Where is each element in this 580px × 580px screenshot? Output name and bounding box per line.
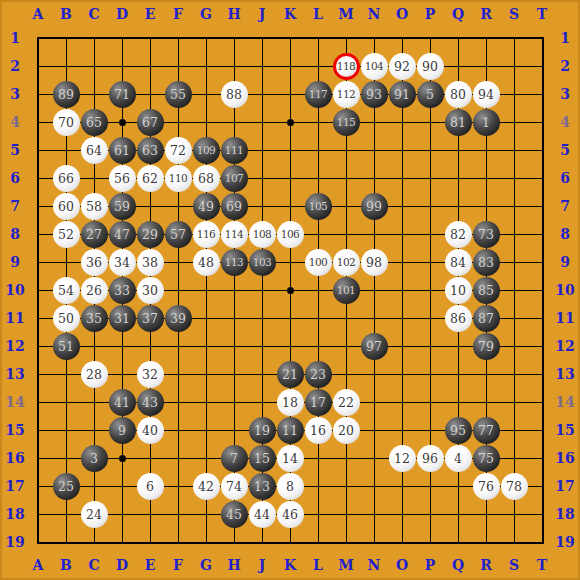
stone-black-H7: 69 (221, 193, 248, 220)
coord-label-left-8: 8 (2, 224, 28, 244)
stone-white-Q11: 86 (445, 305, 472, 332)
star-point-D16 (119, 455, 126, 462)
coord-label-bottom-R: R (473, 555, 499, 575)
coord-label-top-K: K (277, 4, 303, 24)
stone-black-H9: 113 (221, 249, 248, 276)
stone-black-B12: 51 (53, 333, 80, 360)
coord-label-bottom-D: D (109, 555, 135, 575)
stone-black-E4: 67 (137, 109, 164, 136)
stone-white-R17: 76 (473, 473, 500, 500)
stone-white-M9: 102 (333, 249, 360, 276)
stone-black-D5: 61 (109, 137, 136, 164)
stone-white-R3: 94 (473, 81, 500, 108)
stone-black-J9: 103 (249, 249, 276, 276)
coord-label-right-1: 1 (552, 28, 578, 48)
stone-white-G17: 42 (193, 473, 220, 500)
stone-black-F3: 55 (165, 81, 192, 108)
stone-white-O16: 12 (389, 445, 416, 472)
coord-label-right-4: 4 (552, 112, 578, 132)
stone-black-R4: 1 (473, 109, 500, 136)
coord-label-left-15: 15 (2, 420, 28, 440)
coord-label-right-17: 17 (552, 476, 578, 496)
coord-label-bottom-B: B (53, 555, 79, 575)
stone-black-L13: 23 (305, 361, 332, 388)
stone-white-N9: 98 (361, 249, 388, 276)
coord-label-top-N: N (361, 4, 387, 24)
stone-black-C16: 3 (81, 445, 108, 472)
stone-white-Q10: 10 (445, 277, 472, 304)
stone-white-G9: 48 (193, 249, 220, 276)
coord-label-top-D: D (109, 4, 135, 24)
coord-label-bottom-Q: Q (445, 555, 471, 575)
stone-white-G8: 116 (193, 221, 220, 248)
coord-label-bottom-J: J (249, 555, 275, 575)
coord-label-left-11: 11 (2, 308, 28, 328)
coord-label-top-O: O (389, 4, 415, 24)
coord-label-top-S: S (501, 4, 527, 24)
coord-label-top-F: F (165, 4, 191, 24)
stone-white-M3: 112 (333, 81, 360, 108)
stone-black-R11: 87 (473, 305, 500, 332)
coord-label-left-19: 19 (2, 532, 28, 552)
stone-white-C9: 36 (81, 249, 108, 276)
stone-white-E13: 32 (137, 361, 164, 388)
stone-black-J17: 13 (249, 473, 276, 500)
stone-black-C4: 65 (81, 109, 108, 136)
stone-white-E10: 30 (137, 277, 164, 304)
stone-white-N2: 104 (361, 53, 388, 80)
stone-black-R9: 83 (473, 249, 500, 276)
coord-label-bottom-N: N (361, 555, 387, 575)
stone-black-H16: 7 (221, 445, 248, 472)
stone-white-K16: 14 (277, 445, 304, 472)
stone-black-R8: 73 (473, 221, 500, 248)
stone-white-F5: 72 (165, 137, 192, 164)
stone-black-D11: 31 (109, 305, 136, 332)
stone-white-Q3: 80 (445, 81, 472, 108)
coord-label-bottom-E: E (137, 555, 163, 575)
stone-black-E8: 29 (137, 221, 164, 248)
stone-black-L3: 117 (305, 81, 332, 108)
coord-label-bottom-H: H (221, 555, 247, 575)
stone-white-K17: 8 (277, 473, 304, 500)
stone-black-R12: 79 (473, 333, 500, 360)
stone-black-H18: 45 (221, 501, 248, 528)
stone-black-E14: 43 (137, 389, 164, 416)
stone-white-P16: 96 (417, 445, 444, 472)
stone-white-C5: 64 (81, 137, 108, 164)
stone-black-N3: 93 (361, 81, 388, 108)
coord-label-top-P: P (417, 4, 443, 24)
coord-label-top-B: B (53, 4, 79, 24)
coord-label-right-2: 2 (552, 56, 578, 76)
stone-black-J15: 19 (249, 417, 276, 444)
stone-white-E15: 40 (137, 417, 164, 444)
stone-white-B6: 66 (53, 165, 80, 192)
stone-white-Q16: 4 (445, 445, 472, 472)
stone-white-B11: 50 (53, 305, 80, 332)
coord-label-left-13: 13 (2, 364, 28, 384)
stone-white-K18: 46 (277, 501, 304, 528)
stone-black-D10: 33 (109, 277, 136, 304)
stone-black-Q15: 95 (445, 417, 472, 444)
coord-label-bottom-M: M (333, 555, 359, 575)
coord-label-bottom-L: L (305, 555, 331, 575)
stone-black-D14: 41 (109, 389, 136, 416)
stone-black-M10: 101 (333, 277, 360, 304)
stone-white-S17: 78 (501, 473, 528, 500)
stone-black-K15: 11 (277, 417, 304, 444)
stone-white-C13: 28 (81, 361, 108, 388)
coord-label-left-4: 4 (2, 112, 28, 132)
stone-white-E17: 6 (137, 473, 164, 500)
coord-label-right-9: 9 (552, 252, 578, 272)
coord-label-right-7: 7 (552, 196, 578, 216)
stone-black-C11: 35 (81, 305, 108, 332)
stone-white-D9: 34 (109, 249, 136, 276)
coord-label-right-13: 13 (552, 364, 578, 384)
coord-label-bottom-A: A (25, 555, 51, 575)
coord-label-right-8: 8 (552, 224, 578, 244)
stone-black-B3: 89 (53, 81, 80, 108)
coord-label-right-10: 10 (552, 280, 578, 300)
coord-label-bottom-T: T (529, 555, 555, 575)
coord-label-left-2: 2 (2, 56, 28, 76)
coord-label-right-6: 6 (552, 168, 578, 188)
stone-black-R10: 85 (473, 277, 500, 304)
stone-black-D3: 71 (109, 81, 136, 108)
coord-label-left-6: 6 (2, 168, 28, 188)
coord-label-right-11: 11 (552, 308, 578, 328)
stone-black-F8: 57 (165, 221, 192, 248)
stone-black-J16: 15 (249, 445, 276, 472)
stone-black-B17: 25 (53, 473, 80, 500)
stone-white-E6: 62 (137, 165, 164, 192)
stone-white-J18: 44 (249, 501, 276, 528)
coord-label-left-3: 3 (2, 84, 28, 104)
stone-black-G5: 109 (193, 137, 220, 164)
stone-black-D15: 9 (109, 417, 136, 444)
coord-label-left-9: 9 (2, 252, 28, 272)
coord-label-left-1: 1 (2, 28, 28, 48)
stone-white-H17: 74 (221, 473, 248, 500)
star-point-K4 (287, 119, 294, 126)
coord-label-bottom-K: K (277, 555, 303, 575)
stone-white-C7: 58 (81, 193, 108, 220)
coord-label-right-3: 3 (552, 84, 578, 104)
coord-label-right-5: 5 (552, 140, 578, 160)
coord-label-bottom-P: P (417, 555, 443, 575)
stone-black-R16: 75 (473, 445, 500, 472)
star-point-K10 (287, 287, 294, 294)
stone-white-K14: 18 (277, 389, 304, 416)
coord-label-bottom-S: S (501, 555, 527, 575)
coord-label-bottom-G: G (193, 555, 219, 575)
stone-black-M4: 115 (333, 109, 360, 136)
coord-label-left-5: 5 (2, 140, 28, 160)
stone-white-P2: 90 (417, 53, 444, 80)
coord-label-left-16: 16 (2, 448, 28, 468)
stone-black-C8: 27 (81, 221, 108, 248)
coord-label-left-17: 17 (2, 476, 28, 496)
coord-label-right-15: 15 (552, 420, 578, 440)
stone-black-D7: 59 (109, 193, 136, 220)
stone-black-H5: 111 (221, 137, 248, 164)
stone-white-F6: 110 (165, 165, 192, 192)
stone-black-N7: 99 (361, 193, 388, 220)
stone-black-F11: 39 (165, 305, 192, 332)
stone-white-H8: 114 (221, 221, 248, 248)
stone-white-K8: 106 (277, 221, 304, 248)
stone-black-H6: 107 (221, 165, 248, 192)
stone-white-D6: 56 (109, 165, 136, 192)
stone-black-R15: 77 (473, 417, 500, 444)
coord-label-top-G: G (193, 4, 219, 24)
stone-white-H3: 88 (221, 81, 248, 108)
stone-white-E9: 38 (137, 249, 164, 276)
stone-white-B10: 54 (53, 277, 80, 304)
go-board-panel: AABBCCDDEEFFGGHHJJKKLLMMNNOOPPQQRRSSTT11… (0, 0, 580, 580)
coord-label-right-18: 18 (552, 504, 578, 524)
coord-label-top-R: R (473, 4, 499, 24)
stone-white-G6: 68 (193, 165, 220, 192)
coord-label-left-10: 10 (2, 280, 28, 300)
stone-black-N12: 97 (361, 333, 388, 360)
coord-label-right-16: 16 (552, 448, 578, 468)
stone-white-B7: 60 (53, 193, 80, 220)
stone-black-L7: 105 (305, 193, 332, 220)
stone-white-L9: 100 (305, 249, 332, 276)
coord-label-top-H: H (221, 4, 247, 24)
coord-label-left-14: 14 (2, 392, 28, 412)
stone-white-B8: 52 (53, 221, 80, 248)
stone-last-move-M2: 118 (333, 53, 360, 80)
coord-label-top-C: C (81, 4, 107, 24)
coord-label-right-14: 14 (552, 392, 578, 412)
stone-black-G7: 49 (193, 193, 220, 220)
star-point-D4 (119, 119, 126, 126)
stone-white-J8: 108 (249, 221, 276, 248)
stone-black-L14: 17 (305, 389, 332, 416)
stone-black-K13: 21 (277, 361, 304, 388)
coord-label-top-T: T (529, 4, 555, 24)
coord-label-top-J: J (249, 4, 275, 24)
stone-black-E11: 37 (137, 305, 164, 332)
stone-white-L15: 16 (305, 417, 332, 444)
coord-label-top-M: M (333, 4, 359, 24)
coord-label-right-12: 12 (552, 336, 578, 356)
stone-white-O2: 92 (389, 53, 416, 80)
stone-white-M14: 22 (333, 389, 360, 416)
stone-black-E5: 63 (137, 137, 164, 164)
coord-label-right-19: 19 (552, 532, 578, 552)
stone-white-C18: 24 (81, 501, 108, 528)
coord-label-left-12: 12 (2, 336, 28, 356)
stone-black-D8: 47 (109, 221, 136, 248)
coord-label-left-18: 18 (2, 504, 28, 524)
coord-label-top-L: L (305, 4, 331, 24)
coord-label-bottom-F: F (165, 555, 191, 575)
stone-white-Q9: 84 (445, 249, 472, 276)
stone-black-O3: 91 (389, 81, 416, 108)
stone-white-Q8: 82 (445, 221, 472, 248)
stone-black-Q4: 81 (445, 109, 472, 136)
stone-black-P3: 5 (417, 81, 444, 108)
coord-label-top-Q: Q (445, 4, 471, 24)
stone-white-M15: 20 (333, 417, 360, 444)
coord-label-top-E: E (137, 4, 163, 24)
coord-label-bottom-O: O (389, 555, 415, 575)
stone-white-C10: 26 (81, 277, 108, 304)
coord-label-top-A: A (25, 4, 51, 24)
stone-white-B4: 70 (53, 109, 80, 136)
coord-label-left-7: 7 (2, 196, 28, 216)
coord-label-bottom-C: C (81, 555, 107, 575)
